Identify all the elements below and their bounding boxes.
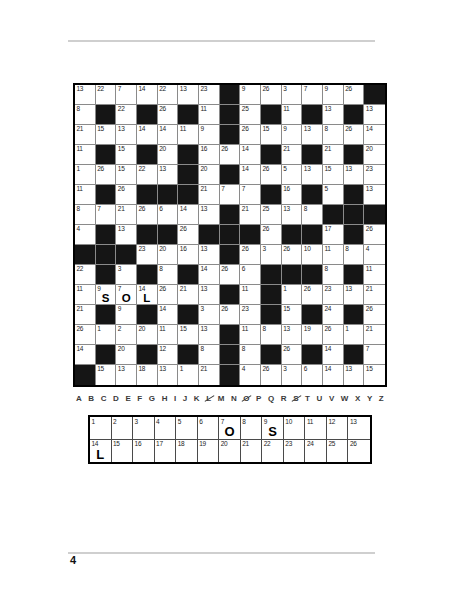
grid-cell[interactable]: 18 — [137, 365, 158, 385]
grid-cell[interactable]: 13 — [344, 285, 365, 305]
grid-cell[interactable]: 26 — [137, 205, 158, 225]
cell-number: 22 — [118, 105, 125, 112]
grid-cell[interactable]: 15 — [96, 365, 117, 385]
alphabet-letter[interactable]: C — [101, 394, 107, 404]
cell-number: 25 — [262, 205, 269, 212]
cell-number: 13 — [304, 125, 311, 132]
grid-cell-black — [96, 225, 117, 245]
grid-cell[interactable]: 7O — [116, 285, 137, 305]
grid-cell-black — [220, 345, 241, 365]
grid-cell-black — [96, 105, 117, 125]
grid-cell[interactable]: 15 — [96, 125, 117, 145]
grid-cell[interactable]: 11 — [240, 285, 261, 305]
cell-number: 13 — [200, 285, 207, 292]
key-cell[interactable]: 7O — [219, 417, 241, 440]
key-cell-number: 6 — [199, 418, 202, 425]
grid-cell[interactable]: 14 — [137, 125, 158, 145]
grid-cell[interactable]: 6 — [302, 365, 323, 385]
grid-cell[interactable]: 11 — [240, 325, 261, 345]
key-cell[interactable]: 17 — [155, 440, 177, 463]
grid-cell[interactable]: 26 — [344, 85, 365, 105]
grid-cell[interactable]: 11 — [178, 125, 199, 145]
alphabet-letter[interactable]: J — [183, 394, 187, 404]
cell-number: 15 — [97, 125, 104, 132]
alphabet-letter[interactable]: M — [218, 394, 225, 404]
grid-cell-black — [302, 265, 323, 285]
grid-cell-black — [116, 245, 137, 265]
alphabet-letter[interactable]: V — [329, 394, 334, 404]
cell-number: 14 — [180, 205, 187, 212]
cell-number: 9 — [200, 125, 203, 132]
grid-cell[interactable]: 26 — [116, 185, 137, 205]
alphabet-letter[interactable]: U — [317, 394, 323, 404]
cell-number: 23 — [366, 165, 373, 172]
grid-cell[interactable]: 15 — [261, 125, 282, 145]
grid-cell[interactable]: 23 — [137, 245, 158, 265]
cell-number: 22 — [138, 165, 145, 172]
grid-cell[interactable]: 1 — [344, 325, 365, 345]
grid-cell[interactable]: 26 — [323, 325, 344, 345]
key-cell[interactable]: 25 — [327, 440, 349, 463]
key-cell-number: 12 — [328, 418, 335, 425]
cell-number: 23 — [324, 285, 331, 292]
cell-number: 8 — [304, 205, 307, 212]
key-cell-number: 17 — [156, 440, 163, 447]
alphabet-letter[interactable]: Y — [367, 394, 372, 404]
grid-cell[interactable]: 20 — [158, 245, 179, 265]
grid-cell[interactable]: 9 — [240, 85, 261, 105]
grid-cell[interactable]: 14L — [137, 285, 158, 305]
grid-cell-black — [302, 185, 323, 205]
cell-number: 26 — [366, 225, 373, 232]
cell-number: 11 — [242, 285, 248, 292]
key-cell[interactable]: 15 — [112, 440, 134, 463]
cell-number: 26 — [262, 225, 269, 232]
grid-cell[interactable]: 11 — [75, 285, 96, 305]
cell-number: 13 — [180, 85, 187, 92]
alphabet-letter[interactable]: W — [341, 394, 349, 404]
grid-cell[interactable]: 13 — [75, 85, 96, 105]
cell-number: 3 — [262, 245, 265, 252]
alphabet-letter[interactable]: T — [305, 394, 310, 404]
grid-cell[interactable]: 13 — [364, 105, 385, 125]
cell-number: 14 — [77, 345, 84, 352]
alphabet-letter[interactable]: I — [174, 394, 176, 404]
key-cell[interactable]: 3 — [133, 417, 155, 440]
grid-cell[interactable]: 13 — [199, 205, 220, 225]
grid-cell[interactable]: 13 — [158, 165, 179, 185]
grid-cell[interactable]: 1 — [96, 325, 117, 345]
grid-cell[interactable]: 14 — [323, 365, 344, 385]
grid-cell-black — [302, 105, 323, 125]
cell-number: 16 — [200, 145, 207, 152]
grid-cell[interactable]: 7 — [96, 205, 117, 225]
grid-cell[interactable]: 26 — [178, 225, 199, 245]
cell-number: 26 — [283, 245, 290, 252]
grid-cell[interactable]: 15 — [364, 365, 385, 385]
grid-cell[interactable]: 14 — [240, 165, 261, 185]
cell-number: 12 — [159, 345, 166, 352]
grid-cell[interactable]: 13 — [282, 205, 303, 225]
cell-number: 7 — [242, 185, 245, 192]
grid-cell[interactable]: 8 — [75, 105, 96, 125]
grid-cell[interactable]: 13 — [344, 165, 365, 185]
grid-cell[interactable]: 21 — [364, 325, 385, 345]
grid-cell[interactable]: 6 — [240, 265, 261, 285]
key-cell[interactable]: 5 — [176, 417, 198, 440]
grid-cell[interactable]: 3 — [199, 305, 220, 325]
grid-cell[interactable]: 14 — [158, 305, 179, 325]
grid-cell[interactable]: 26 — [96, 165, 117, 185]
grid-cell[interactable]: 21 — [240, 205, 261, 225]
grid-cell[interactable]: 21 — [199, 365, 220, 385]
cell-number: 9 — [283, 125, 286, 132]
grid-cell-black — [261, 105, 282, 125]
grid-cell[interactable]: 15 — [323, 165, 344, 185]
grid-cell[interactable]: 11 — [75, 185, 96, 205]
alphabet-letter[interactable]: D — [113, 394, 119, 404]
grid-cell[interactable]: 22 — [137, 165, 158, 185]
cell-number: 20 — [138, 325, 145, 332]
grid-cell[interactable]: 26 — [220, 305, 241, 325]
grid-cell[interactable]: 20 — [116, 345, 137, 365]
grid-cell[interactable]: 15 — [178, 325, 199, 345]
grid-cell[interactable]: 16 — [199, 145, 220, 165]
cell-number: 26 — [159, 285, 166, 292]
cell-number: 15 — [262, 125, 269, 132]
grid-cell[interactable]: 9 — [323, 85, 344, 105]
alphabet-letter[interactable]: Z — [379, 394, 384, 404]
grid-cell[interactable]: 5 — [282, 165, 303, 185]
grid-cell-black — [302, 345, 323, 365]
grid-cell[interactable]: 26 — [240, 245, 261, 265]
grid-cell-black — [261, 305, 282, 325]
key-cell-number: 9 — [264, 418, 267, 425]
cell-number: 11 — [159, 325, 165, 332]
grid-cell[interactable]: 14 — [158, 125, 179, 145]
grid-cell[interactable]: 5 — [323, 185, 344, 205]
grid-cell-black — [137, 185, 158, 205]
grid-cell[interactable]: 26 — [75, 325, 96, 345]
grid-cell-black — [364, 85, 385, 105]
cell-number: 8 — [242, 345, 245, 352]
key-cell[interactable]: 1 — [90, 417, 112, 440]
grid-cell[interactable]: 13 — [178, 85, 199, 105]
grid-cell[interactable]: 23 — [240, 305, 261, 325]
grid-cell[interactable]: 8 — [323, 125, 344, 145]
grid-cell[interactable]: 3 — [116, 265, 137, 285]
grid-cell[interactable]: 14 — [199, 265, 220, 285]
grid-cell[interactable]: 8 — [302, 205, 323, 225]
grid-cell[interactable]: 22 — [96, 85, 117, 105]
cell-number: 21 — [77, 305, 84, 312]
grid-cell[interactable]: 8 — [344, 245, 365, 265]
grid-cell[interactable]: 8 — [323, 265, 344, 285]
key-cell[interactable]: 2 — [112, 417, 134, 440]
grid-cell[interactable]: 13 — [344, 365, 365, 385]
grid-cell[interactable]: 26 — [261, 165, 282, 185]
grid-cell-black — [344, 265, 365, 285]
grid-cell-black — [261, 265, 282, 285]
grid-cell[interactable]: 26 — [220, 145, 241, 165]
key-cell[interactable]: 18 — [176, 440, 198, 463]
grid-cell[interactable]: 8 — [261, 325, 282, 345]
grid-cell[interactable]: 13 — [116, 225, 137, 245]
grid-cell-black — [137, 305, 158, 325]
grid-cell[interactable]: 11 — [158, 325, 179, 345]
grid-cell[interactable]: 8 — [75, 205, 96, 225]
alphabet-letter[interactable]: E — [125, 394, 130, 404]
grid-cell[interactable]: 14 — [75, 345, 96, 365]
cell-number: 26 — [138, 205, 145, 212]
key-cell[interactable]: 19 — [198, 440, 220, 463]
cell-letter: S — [96, 292, 116, 304]
grid-cell[interactable]: 11 — [282, 105, 303, 125]
grid-cell[interactable]: 3 — [261, 245, 282, 265]
grid-cell[interactable]: 26 — [282, 245, 303, 265]
cell-number: 9 — [97, 285, 100, 292]
key-cell[interactable]: 10 — [284, 417, 306, 440]
cell-number: 5 — [324, 185, 327, 192]
grid-cell[interactable]: 26 — [364, 225, 385, 245]
grid-cell[interactable]: 3 — [282, 365, 303, 385]
grid-cell[interactable]: 7 — [240, 185, 261, 205]
grid-cell[interactable]: 23 — [199, 85, 220, 105]
grid-cell[interactable]: 21 — [116, 205, 137, 225]
grid-cell[interactable]: 25 — [261, 205, 282, 225]
key-cell[interactable]: 20 — [219, 440, 241, 463]
grid-cell[interactable]: 4 — [364, 245, 385, 265]
grid-cell[interactable]: 21 — [75, 125, 96, 145]
cell-number: 14 — [324, 345, 331, 352]
grid-cell[interactable]: 21 — [323, 145, 344, 165]
top-rule — [68, 40, 375, 42]
cell-number: 13 — [159, 365, 166, 372]
key-cell[interactable]: 9S — [262, 417, 284, 440]
alphabet-letter[interactable]: B — [88, 394, 94, 404]
grid-cell[interactable]: 26 — [302, 285, 323, 305]
grid-cell[interactable]: 6 — [158, 205, 179, 225]
cell-number: 1 — [283, 285, 286, 292]
cell-number: 26 — [304, 285, 311, 292]
grid-cell[interactable]: 26 — [282, 345, 303, 365]
grid-cell[interactable]: 14 — [240, 145, 261, 165]
grid-cell[interactable]: 14 — [323, 345, 344, 365]
grid-cell[interactable]: 9S — [96, 285, 117, 305]
grid-cell[interactable]: 15 — [116, 165, 137, 185]
cell-number: 14 — [138, 125, 145, 132]
key-cell[interactable]: 26 — [348, 440, 370, 463]
cell-number: 26 — [118, 185, 125, 192]
alphabet-letter[interactable]: Q — [268, 394, 274, 404]
grid-cell[interactable]: 11 — [323, 245, 344, 265]
cell-number: 13 — [200, 205, 207, 212]
cell-number: 26 — [221, 305, 228, 312]
grid-cell-black — [282, 265, 303, 285]
key-cell[interactable]: 14L — [90, 440, 112, 463]
alphabet-letter[interactable]: L — [206, 394, 211, 404]
key-cell[interactable]: 4 — [155, 417, 177, 440]
grid-cell-black — [302, 305, 323, 325]
grid-cell[interactable]: 1 — [178, 365, 199, 385]
grid-cell[interactable]: 23 — [364, 165, 385, 185]
grid-cell-black — [323, 205, 344, 225]
grid-cell[interactable]: 9 — [116, 305, 137, 325]
cell-number: 11 — [242, 325, 248, 332]
grid-cell[interactable]: 17 — [323, 225, 344, 245]
grid-cell[interactable]: 24 — [323, 305, 344, 325]
grid-cell[interactable]: 26 — [158, 105, 179, 125]
grid-cell[interactable]: 7 — [116, 85, 137, 105]
alphabet-letter[interactable]: N — [231, 394, 237, 404]
grid-cell[interactable]: 20 — [158, 145, 179, 165]
grid-cell[interactable]: 11 — [364, 265, 385, 285]
key-cell-number: 24 — [307, 440, 314, 447]
alphabet-letter[interactable]: A — [76, 394, 82, 404]
grid-cell[interactable]: 21 — [199, 185, 220, 205]
grid-cell[interactable]: 8 — [199, 345, 220, 365]
grid-cell-black — [220, 365, 241, 385]
alphabet-letter[interactable]: F — [137, 394, 142, 404]
grid-cell[interactable]: 13 — [158, 365, 179, 385]
grid-cell[interactable]: 13 — [199, 245, 220, 265]
grid-cell[interactable]: 4 — [75, 225, 96, 245]
grid-cell[interactable]: 11 — [199, 105, 220, 125]
grid-cell[interactable]: 3 — [282, 85, 303, 105]
grid-cell-black — [178, 265, 199, 285]
alphabet-letter[interactable]: O — [243, 394, 249, 404]
grid-cell[interactable]: 13 — [302, 125, 323, 145]
cell-number: 17 — [324, 225, 331, 232]
grid-cell-black — [158, 185, 179, 205]
cell-number: 6 — [159, 205, 162, 212]
grid-cell[interactable]: 26 — [261, 85, 282, 105]
grid-cell[interactable]: 13 — [323, 105, 344, 125]
cell-number: 13 — [283, 205, 290, 212]
grid-cell[interactable]: 21 — [282, 145, 303, 165]
alphabet-letter[interactable]: R — [281, 394, 287, 404]
cell-number: 26 — [345, 125, 352, 132]
key-cell[interactable]: 21 — [241, 440, 263, 463]
grid-cell-black — [178, 145, 199, 165]
key-cell[interactable]: 22 — [262, 440, 284, 463]
grid-cell[interactable]: 9 — [199, 125, 220, 145]
grid-cell-black — [178, 305, 199, 325]
cell-number: 11 — [283, 105, 289, 112]
grid-cell[interactable]: 23 — [323, 285, 344, 305]
key-cell[interactable]: 12 — [327, 417, 349, 440]
cell-number: 11 — [77, 145, 83, 152]
cell-number: 26 — [242, 245, 249, 252]
grid-cell[interactable]: 8 — [158, 265, 179, 285]
grid-cell[interactable]: 13 — [199, 325, 220, 345]
grid-cell[interactable]: 13 — [364, 185, 385, 205]
grid-cell[interactable]: 12 — [158, 345, 179, 365]
grid-cell[interactable]: 1 — [282, 285, 303, 305]
cell-number: 13 — [345, 285, 352, 292]
grid-cell[interactable]: 26 — [158, 285, 179, 305]
key-cell[interactable]: 24 — [305, 440, 327, 463]
grid-cell[interactable]: 13 — [116, 125, 137, 145]
grid-cell-black — [96, 305, 117, 325]
alphabet-letter[interactable]: K — [194, 394, 200, 404]
alphabet-letter[interactable]: S — [293, 394, 298, 404]
grid-cell[interactable]: 26 — [261, 365, 282, 385]
grid-cell[interactable]: 9 — [282, 125, 303, 145]
key-cell[interactable]: 16 — [133, 440, 155, 463]
cell-number: 21 — [242, 205, 249, 212]
grid-cell[interactable]: 7 — [220, 185, 241, 205]
grid-cell-black — [220, 285, 241, 305]
grid-cell[interactable]: 26 — [261, 225, 282, 245]
grid-cell[interactable]: 22 — [116, 105, 137, 125]
cell-letter: L — [137, 292, 157, 304]
alphabet-letter[interactable]: H — [162, 394, 168, 404]
grid-cell[interactable]: 26 — [364, 305, 385, 325]
cell-number: 3 — [283, 365, 286, 372]
grid-cell[interactable]: 13 — [199, 285, 220, 305]
grid-cell[interactable]: 13 — [116, 365, 137, 385]
cell-number: 7 — [97, 205, 100, 212]
grid-cell[interactable]: 22 — [158, 85, 179, 105]
key-cell[interactable]: 13 — [348, 417, 370, 440]
grid-cell[interactable]: 15 — [282, 305, 303, 325]
grid-cell[interactable]: 11 — [75, 145, 96, 165]
cell-number: 13 — [118, 365, 125, 372]
key-cell[interactable]: 8 — [241, 417, 263, 440]
grid-cell-black — [96, 245, 117, 265]
grid-cell[interactable]: 16 — [178, 245, 199, 265]
grid-cell[interactable]: 13 — [282, 325, 303, 345]
grid-cell[interactable]: 8 — [240, 345, 261, 365]
grid-cell[interactable]: 4 — [240, 365, 261, 385]
grid-cell-black — [282, 225, 303, 245]
key-cell[interactable]: 23 — [284, 440, 306, 463]
alphabet-letter[interactable]: G — [149, 394, 155, 404]
grid-cell[interactable]: 2 — [116, 325, 137, 345]
grid-cell[interactable]: 25 — [240, 105, 261, 125]
key-cell[interactable]: 11 — [305, 417, 327, 440]
cell-number: 14 — [159, 125, 166, 132]
grid-cell[interactable]: 20 — [137, 325, 158, 345]
grid-cell[interactable]: 22 — [75, 265, 96, 285]
grid-cell[interactable]: 20 — [199, 165, 220, 185]
grid-cell[interactable]: 14 — [178, 205, 199, 225]
grid-cell[interactable]: 14 — [364, 125, 385, 145]
alphabet-letter[interactable]: X — [355, 394, 360, 404]
grid-cell[interactable]: 16 — [282, 185, 303, 205]
grid-cell-black — [344, 305, 365, 325]
grid-cell[interactable]: 20 — [364, 145, 385, 165]
grid-cell[interactable]: 14 — [137, 85, 158, 105]
grid-cell[interactable]: 26 — [220, 265, 241, 285]
grid-cell[interactable]: 26 — [344, 125, 365, 145]
grid-cell-black — [199, 225, 220, 245]
grid-cell[interactable]: 13 — [302, 165, 323, 185]
grid-cell[interactable]: 19 — [302, 325, 323, 345]
grid-cell[interactable]: 21 — [75, 305, 96, 325]
key-cell[interactable]: 6 — [198, 417, 220, 440]
grid-cell[interactable]: 21 — [364, 285, 385, 305]
grid-cell[interactable]: 7 — [364, 345, 385, 365]
grid-cell[interactable]: 10 — [302, 245, 323, 265]
grid-cell[interactable]: 7 — [302, 85, 323, 105]
grid-cell[interactable]: 21 — [178, 285, 199, 305]
alphabet-letter[interactable]: P — [256, 394, 261, 404]
grid-cell[interactable]: 15 — [116, 145, 137, 165]
grid-cell[interactable]: 1 — [75, 165, 96, 185]
grid-cell[interactable]: 26 — [240, 125, 261, 145]
